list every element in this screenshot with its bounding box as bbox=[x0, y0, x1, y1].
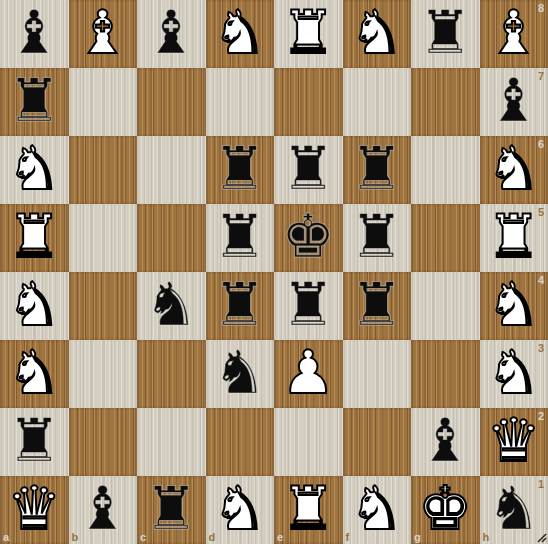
square-d4[interactable]: ♜ bbox=[206, 272, 275, 340]
square-b1[interactable]: ♝b bbox=[69, 476, 138, 544]
piece-white-rook[interactable]: ♜ bbox=[7, 206, 61, 266]
piece-black-bishop[interactable]: ♝ bbox=[418, 410, 472, 470]
piece-white-rook[interactable]: ♜ bbox=[487, 206, 541, 266]
square-f2[interactable] bbox=[343, 408, 412, 476]
square-d6[interactable]: ♜ bbox=[206, 136, 275, 204]
square-c2[interactable] bbox=[137, 408, 206, 476]
piece-black-rook[interactable]: ♜ bbox=[144, 478, 198, 538]
square-d1[interactable]: ♞d bbox=[206, 476, 275, 544]
square-a7[interactable]: ♜ bbox=[0, 68, 69, 136]
square-g3[interactable] bbox=[411, 340, 480, 408]
square-e2[interactable] bbox=[274, 408, 343, 476]
piece-white-pawn[interactable]: ♟ bbox=[281, 342, 335, 402]
piece-black-king[interactable]: ♚ bbox=[281, 206, 335, 266]
square-d5[interactable]: ♜ bbox=[206, 204, 275, 272]
square-a2[interactable]: ♜ bbox=[0, 408, 69, 476]
square-h2[interactable]: ♛2 bbox=[480, 408, 548, 476]
square-d2[interactable] bbox=[206, 408, 275, 476]
square-f4[interactable]: ♜ bbox=[343, 272, 412, 340]
square-e3[interactable]: ♟ bbox=[274, 340, 343, 408]
square-e1[interactable]: ♜e bbox=[274, 476, 343, 544]
piece-black-bishop[interactable]: ♝ bbox=[76, 478, 130, 538]
square-f1[interactable]: ♞f bbox=[343, 476, 412, 544]
square-c8[interactable]: ♝ bbox=[137, 0, 206, 68]
piece-black-knight[interactable]: ♞ bbox=[144, 274, 198, 334]
square-g1[interactable]: ♚g bbox=[411, 476, 480, 544]
square-f3[interactable] bbox=[343, 340, 412, 408]
piece-white-bishop[interactable]: ♝ bbox=[76, 2, 130, 62]
square-g8[interactable]: ♜ bbox=[411, 0, 480, 68]
piece-white-knight[interactable]: ♞ bbox=[7, 274, 61, 334]
piece-white-queen[interactable]: ♛ bbox=[487, 410, 541, 470]
square-h4[interactable]: ♞4 bbox=[480, 272, 548, 340]
square-h7[interactable]: ♝7 bbox=[480, 68, 548, 136]
piece-black-rook[interactable]: ♜ bbox=[213, 138, 267, 198]
square-c5[interactable] bbox=[137, 204, 206, 272]
square-e8[interactable]: ♜ bbox=[274, 0, 343, 68]
piece-black-knight[interactable]: ♞ bbox=[213, 342, 267, 402]
square-b5[interactable] bbox=[69, 204, 138, 272]
square-g7[interactable] bbox=[411, 68, 480, 136]
square-h5[interactable]: ♜5 bbox=[480, 204, 548, 272]
square-a5[interactable]: ♜ bbox=[0, 204, 69, 272]
square-b3[interactable] bbox=[69, 340, 138, 408]
square-h3[interactable]: ♞3 bbox=[480, 340, 548, 408]
square-e6[interactable]: ♜ bbox=[274, 136, 343, 204]
piece-white-knight[interactable]: ♞ bbox=[213, 478, 267, 538]
square-f5[interactable]: ♜ bbox=[343, 204, 412, 272]
square-f6[interactable]: ♜ bbox=[343, 136, 412, 204]
piece-black-rook[interactable]: ♜ bbox=[213, 206, 267, 266]
piece-white-king[interactable]: ♚ bbox=[418, 478, 472, 538]
square-d8[interactable]: ♞ bbox=[206, 0, 275, 68]
piece-black-rook[interactable]: ♜ bbox=[7, 410, 61, 470]
piece-black-rook[interactable]: ♜ bbox=[418, 2, 472, 62]
piece-white-rook[interactable]: ♜ bbox=[281, 2, 335, 62]
square-f8[interactable]: ♞ bbox=[343, 0, 412, 68]
square-c1[interactable]: ♜c bbox=[137, 476, 206, 544]
piece-white-knight[interactable]: ♞ bbox=[7, 342, 61, 402]
piece-white-knight[interactable]: ♞ bbox=[350, 478, 404, 538]
piece-white-queen[interactable]: ♛ bbox=[7, 478, 61, 538]
piece-white-knight[interactable]: ♞ bbox=[7, 138, 61, 198]
square-b7[interactable] bbox=[69, 68, 138, 136]
square-a3[interactable]: ♞ bbox=[0, 340, 69, 408]
piece-black-rook[interactable]: ♜ bbox=[350, 206, 404, 266]
square-h8[interactable]: ♝8 bbox=[480, 0, 548, 68]
square-g5[interactable] bbox=[411, 204, 480, 272]
piece-black-rook[interactable]: ♜ bbox=[350, 274, 404, 334]
square-b8[interactable]: ♝ bbox=[69, 0, 138, 68]
piece-black-rook[interactable]: ♜ bbox=[350, 138, 404, 198]
piece-white-rook[interactable]: ♜ bbox=[281, 478, 335, 538]
square-e7[interactable] bbox=[274, 68, 343, 136]
square-e5[interactable]: ♚ bbox=[274, 204, 343, 272]
chess-board: ♝♝♝♞♜♞♜♝8♜♝7♞♜♜♜♞6♜♜♚♜♜5♞♞♜♜♜♞4♞♞♟♞3♜♝♛2… bbox=[0, 0, 548, 544]
square-a6[interactable]: ♞ bbox=[0, 136, 69, 204]
piece-black-rook[interactable]: ♜ bbox=[213, 274, 267, 334]
square-g2[interactable]: ♝ bbox=[411, 408, 480, 476]
square-e4[interactable]: ♜ bbox=[274, 272, 343, 340]
piece-black-rook[interactable]: ♜ bbox=[281, 274, 335, 334]
board-resize-handle[interactable] bbox=[533, 529, 547, 543]
square-f7[interactable] bbox=[343, 68, 412, 136]
square-g6[interactable] bbox=[411, 136, 480, 204]
piece-white-knight[interactable]: ♞ bbox=[350, 2, 404, 62]
square-b6[interactable] bbox=[69, 136, 138, 204]
piece-black-rook[interactable]: ♜ bbox=[7, 70, 61, 130]
piece-white-knight[interactable]: ♞ bbox=[213, 2, 267, 62]
square-a1[interactable]: ♛a bbox=[0, 476, 69, 544]
square-d7[interactable] bbox=[206, 68, 275, 136]
square-d3[interactable]: ♞ bbox=[206, 340, 275, 408]
piece-white-knight[interactable]: ♞ bbox=[487, 274, 541, 334]
square-c3[interactable] bbox=[137, 340, 206, 408]
square-a8[interactable]: ♝ bbox=[0, 0, 69, 68]
square-h6[interactable]: ♞6 bbox=[480, 136, 548, 204]
square-b4[interactable] bbox=[69, 272, 138, 340]
square-a4[interactable]: ♞ bbox=[0, 272, 69, 340]
piece-black-bishop[interactable]: ♝ bbox=[487, 70, 541, 130]
piece-white-knight[interactable]: ♞ bbox=[487, 342, 541, 402]
piece-black-rook[interactable]: ♜ bbox=[281, 138, 335, 198]
square-c7[interactable] bbox=[137, 68, 206, 136]
square-c4[interactable]: ♞ bbox=[137, 272, 206, 340]
file-label-f: f bbox=[346, 531, 350, 543]
chess-board-container: ♝♝♝♞♜♞♜♝8♜♝7♞♜♜♜♞6♜♜♚♜♜5♞♞♜♜♜♞4♞♞♟♞3♜♝♛2… bbox=[0, 0, 548, 544]
piece-white-bishop[interactable]: ♝ bbox=[487, 2, 541, 62]
square-b2[interactable] bbox=[69, 408, 138, 476]
piece-black-bishop[interactable]: ♝ bbox=[7, 2, 61, 62]
square-g4[interactable] bbox=[411, 272, 480, 340]
piece-black-bishop[interactable]: ♝ bbox=[144, 2, 198, 62]
piece-white-knight[interactable]: ♞ bbox=[487, 138, 541, 198]
square-c6[interactable] bbox=[137, 136, 206, 204]
